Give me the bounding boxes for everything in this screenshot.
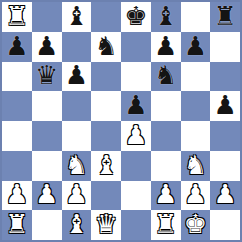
- piece-black-knight-d7[interactable]: ♞: [94, 33, 117, 59]
- chess-board: ♜♝♚♝♜♟♟♞♟♟♛♟♞♟♟♟♞♝♞♟♟♟♟♟♟♜♝♛♜♚: [0, 0, 242, 242]
- piece-black-rook-h8[interactable]: ♜: [213, 3, 236, 29]
- square-c4[interactable]: [62, 121, 92, 151]
- piece-black-king-e8[interactable]: ♚: [124, 3, 147, 29]
- square-b2[interactable]: ♟: [32, 181, 62, 211]
- square-g5[interactable]: [181, 91, 211, 121]
- square-a6[interactable]: [2, 62, 32, 92]
- square-e5[interactable]: ♟: [121, 91, 151, 121]
- square-f7[interactable]: ♟: [151, 32, 181, 62]
- piece-black-queen-b6[interactable]: ♛: [35, 62, 58, 88]
- square-h5[interactable]: ♟: [210, 91, 240, 121]
- piece-black-knight-f6[interactable]: ♞: [154, 62, 177, 88]
- piece-white-pawn-e4[interactable]: ♟: [124, 122, 147, 148]
- piece-white-pawn-c2[interactable]: ♟: [65, 181, 88, 207]
- square-a8[interactable]: ♜: [2, 2, 32, 32]
- square-f4[interactable]: [151, 121, 181, 151]
- square-e3[interactable]: [121, 151, 151, 181]
- piece-black-bishop-c8[interactable]: ♝: [65, 3, 88, 29]
- piece-black-pawn-a7[interactable]: ♟: [5, 33, 28, 59]
- square-d6[interactable]: [91, 62, 121, 92]
- square-d3[interactable]: ♝: [91, 151, 121, 181]
- square-h2[interactable]: ♟: [210, 181, 240, 211]
- square-e8[interactable]: ♚: [121, 2, 151, 32]
- piece-white-pawn-h2[interactable]: ♟: [213, 181, 236, 207]
- piece-black-pawn-b7[interactable]: ♟: [35, 33, 58, 59]
- square-e6[interactable]: [121, 62, 151, 92]
- piece-white-bishop-d3[interactable]: ♝: [94, 152, 117, 178]
- square-b1[interactable]: [32, 210, 62, 240]
- piece-white-pawn-g2[interactable]: ♟: [184, 181, 207, 207]
- square-h3[interactable]: [210, 151, 240, 181]
- square-c6[interactable]: ♟: [62, 62, 92, 92]
- square-c7[interactable]: [62, 32, 92, 62]
- square-f8[interactable]: ♝: [151, 2, 181, 32]
- piece-black-pawn-h5[interactable]: ♟: [213, 92, 236, 118]
- square-d1[interactable]: ♛: [91, 210, 121, 240]
- square-g3[interactable]: ♞: [181, 151, 211, 181]
- square-a2[interactable]: ♟: [2, 181, 32, 211]
- square-e7[interactable]: [121, 32, 151, 62]
- square-h1[interactable]: [210, 210, 240, 240]
- square-c5[interactable]: [62, 91, 92, 121]
- piece-white-pawn-f2[interactable]: ♟: [154, 181, 177, 207]
- piece-white-queen-d1[interactable]: ♛: [94, 211, 117, 237]
- square-f2[interactable]: ♟: [151, 181, 181, 211]
- square-c1[interactable]: ♝: [62, 210, 92, 240]
- square-g4[interactable]: [181, 121, 211, 151]
- square-b7[interactable]: ♟: [32, 32, 62, 62]
- square-a4[interactable]: [2, 121, 32, 151]
- piece-white-king-g1[interactable]: ♚: [184, 211, 207, 237]
- square-e4[interactable]: ♟: [121, 121, 151, 151]
- square-g8[interactable]: [181, 2, 211, 32]
- piece-white-rook-a8[interactable]: ♜: [5, 3, 28, 29]
- square-b6[interactable]: ♛: [32, 62, 62, 92]
- square-g6[interactable]: [181, 62, 211, 92]
- piece-white-knight-g3[interactable]: ♞: [184, 152, 207, 178]
- square-h7[interactable]: [210, 32, 240, 62]
- chessboard-screenshot: ♜♝♚♝♜♟♟♞♟♟♛♟♞♟♟♟♞♝♞♟♟♟♟♟♟♜♝♛♜♚: [0, 0, 242, 242]
- piece-white-rook-a1[interactable]: ♜: [5, 211, 28, 237]
- square-g2[interactable]: ♟: [181, 181, 211, 211]
- square-g7[interactable]: ♟: [181, 32, 211, 62]
- piece-white-knight-c3[interactable]: ♞: [65, 152, 88, 178]
- square-h6[interactable]: [210, 62, 240, 92]
- square-e2[interactable]: [121, 181, 151, 211]
- square-b8[interactable]: [32, 2, 62, 32]
- square-f3[interactable]: [151, 151, 181, 181]
- square-d7[interactable]: ♞: [91, 32, 121, 62]
- square-h4[interactable]: [210, 121, 240, 151]
- square-e1[interactable]: [121, 210, 151, 240]
- piece-black-pawn-g7[interactable]: ♟: [184, 33, 207, 59]
- square-d8[interactable]: [91, 2, 121, 32]
- square-a7[interactable]: ♟: [2, 32, 32, 62]
- square-f6[interactable]: ♞: [151, 62, 181, 92]
- square-b3[interactable]: [32, 151, 62, 181]
- piece-black-pawn-c6[interactable]: ♟: [65, 62, 88, 88]
- square-d2[interactable]: [91, 181, 121, 211]
- piece-white-pawn-a2[interactable]: ♟: [5, 181, 28, 207]
- square-c3[interactable]: ♞: [62, 151, 92, 181]
- piece-black-pawn-e5[interactable]: ♟: [124, 92, 147, 118]
- square-f5[interactable]: [151, 91, 181, 121]
- piece-black-bishop-f8[interactable]: ♝: [154, 3, 177, 29]
- square-d4[interactable]: [91, 121, 121, 151]
- square-b4[interactable]: [32, 121, 62, 151]
- square-a1[interactable]: ♜: [2, 210, 32, 240]
- square-c2[interactable]: ♟: [62, 181, 92, 211]
- piece-white-pawn-b2[interactable]: ♟: [35, 181, 58, 207]
- square-g1[interactable]: ♚: [181, 210, 211, 240]
- square-b5[interactable]: [32, 91, 62, 121]
- square-a3[interactable]: [2, 151, 32, 181]
- square-a5[interactable]: [2, 91, 32, 121]
- piece-black-pawn-f7[interactable]: ♟: [154, 33, 177, 59]
- square-d5[interactable]: [91, 91, 121, 121]
- square-h8[interactable]: ♜: [210, 2, 240, 32]
- piece-white-bishop-c1[interactable]: ♝: [65, 211, 88, 237]
- square-f1[interactable]: ♜: [151, 210, 181, 240]
- square-c8[interactable]: ♝: [62, 2, 92, 32]
- piece-white-rook-f1[interactable]: ♜: [154, 211, 177, 237]
